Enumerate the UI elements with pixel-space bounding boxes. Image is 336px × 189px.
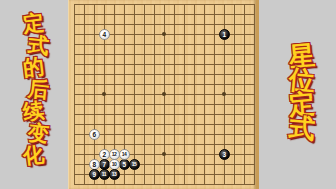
star-point [162, 152, 166, 156]
stone-white-12-E4: 12 [109, 149, 120, 160]
star-point [162, 32, 166, 36]
stone-white-2-D4: 2 [99, 149, 110, 160]
stone-white-14-F4: 14 [119, 149, 130, 160]
stone-black-9-C2: 9 [89, 169, 100, 180]
banner-char-right-3: 式 [288, 115, 316, 141]
stone-white-4-D16: 4 [99, 29, 110, 40]
stone-black-11-D2: 11 [99, 169, 110, 180]
star-point [222, 92, 226, 96]
stone-black-13-E2: 13 [109, 169, 120, 180]
banner-char-left-6: 化 [21, 143, 45, 167]
board-grid: 123456789101112131415 [69, 0, 259, 189]
stone-black-7-D3: 7 [99, 159, 110, 170]
stone-white-6-C6: 6 [89, 129, 100, 140]
stone-black-3-Q4: 3 [219, 149, 230, 160]
star-point [162, 92, 166, 96]
stone-white-8-C3: 8 [89, 159, 100, 170]
star-point [102, 92, 106, 96]
stone-black-15-G3: 15 [129, 159, 140, 170]
stone-black-1-Q16: 1 [219, 29, 230, 40]
left-banner-joseki-followup: 定式的后续变化 [6, 12, 64, 166]
stone-black-5-F3: 5 [119, 159, 130, 170]
right-banner-star-point-joseki: 星位定式 [274, 44, 330, 140]
go-board: 123456789101112131415 [68, 0, 259, 189]
stone-white-10-E3: 10 [109, 159, 120, 170]
